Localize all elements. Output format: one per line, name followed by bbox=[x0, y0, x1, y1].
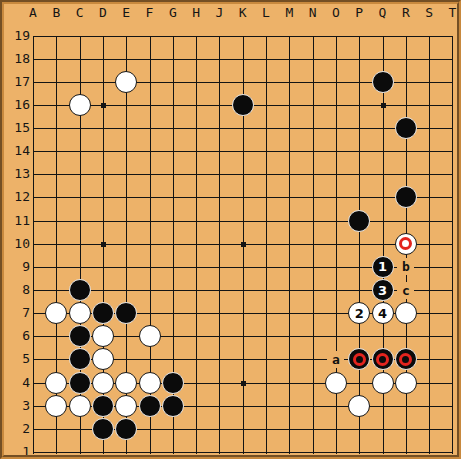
column-label: J bbox=[209, 5, 229, 20]
row-label: 11 bbox=[6, 213, 30, 229]
stone-black-C6 bbox=[69, 325, 91, 347]
grid-vertical-line bbox=[313, 36, 314, 454]
column-label: Q bbox=[373, 5, 393, 20]
stone-white-D6 bbox=[92, 325, 114, 347]
point-label-b: b bbox=[397, 258, 414, 275]
column-label: E bbox=[116, 5, 136, 20]
stone-white-D5 bbox=[92, 348, 114, 370]
stone-white-R7 bbox=[395, 302, 417, 324]
stone-white-C16 bbox=[69, 94, 91, 116]
stone-black-Q5 bbox=[372, 348, 394, 370]
row-label: 15 bbox=[6, 120, 30, 136]
stone-black-D3 bbox=[92, 395, 114, 417]
column-label: N bbox=[303, 5, 323, 20]
column-label: F bbox=[140, 5, 160, 20]
stone-white-B7 bbox=[45, 302, 67, 324]
stone-white-O4 bbox=[325, 372, 347, 394]
star-point bbox=[381, 103, 386, 108]
row-label: 5 bbox=[6, 351, 30, 367]
grid-vertical-line bbox=[452, 36, 453, 454]
stone-black-R12 bbox=[395, 186, 417, 208]
go-board-diagram: ABCDEFGHJKLMNOPQRST191817161514131211109… bbox=[0, 0, 461, 459]
stone-black-R5 bbox=[395, 348, 417, 370]
grid-vertical-line bbox=[429, 36, 430, 454]
row-label: 3 bbox=[6, 398, 30, 414]
column-label: C bbox=[70, 5, 90, 20]
row-label: 1 bbox=[6, 444, 30, 459]
stone-black-G3 bbox=[162, 395, 184, 417]
stone-white-F6 bbox=[139, 325, 161, 347]
circle-mark bbox=[399, 237, 412, 250]
stone-white-C7 bbox=[69, 302, 91, 324]
stone-black-Q17 bbox=[372, 71, 394, 93]
column-label: K bbox=[233, 5, 253, 20]
stone-white-F4 bbox=[139, 372, 161, 394]
stone-white-B4 bbox=[45, 372, 67, 394]
row-label: 18 bbox=[6, 51, 30, 67]
column-label: H bbox=[186, 5, 206, 20]
column-label: R bbox=[396, 5, 416, 20]
star-point bbox=[241, 242, 246, 247]
grid-horizontal-line bbox=[33, 452, 453, 453]
column-label: G bbox=[163, 5, 183, 20]
column-label: A bbox=[23, 5, 43, 20]
column-label: P bbox=[349, 5, 369, 20]
circle-mark bbox=[376, 353, 389, 366]
grid-vertical-line bbox=[289, 36, 290, 454]
stone-white-R10 bbox=[395, 233, 417, 255]
row-label: 10 bbox=[6, 236, 30, 252]
stone-white-B3 bbox=[45, 395, 67, 417]
grid-vertical-line bbox=[33, 36, 34, 454]
stone-white-P7: 2 bbox=[348, 302, 370, 324]
stone-black-R15 bbox=[395, 117, 417, 139]
stone-white-P3 bbox=[348, 395, 370, 417]
star-point bbox=[101, 103, 106, 108]
star-point bbox=[241, 381, 246, 386]
stone-black-Q8: 3 bbox=[372, 279, 394, 301]
row-label: 9 bbox=[6, 259, 30, 275]
star-point bbox=[101, 242, 106, 247]
stone-black-C4 bbox=[69, 372, 91, 394]
row-label: 13 bbox=[6, 166, 30, 182]
column-label: M bbox=[279, 5, 299, 20]
circle-mark bbox=[353, 353, 366, 366]
point-label-c: c bbox=[397, 282, 414, 299]
row-label: 14 bbox=[6, 143, 30, 159]
stone-white-Q4 bbox=[372, 372, 394, 394]
column-label: D bbox=[93, 5, 113, 20]
circle-mark bbox=[399, 353, 412, 366]
stone-white-C3 bbox=[69, 395, 91, 417]
point-label-a: a bbox=[327, 351, 344, 368]
column-label: T bbox=[442, 5, 461, 20]
stone-black-C8 bbox=[69, 279, 91, 301]
row-label: 17 bbox=[6, 74, 30, 90]
column-label: L bbox=[256, 5, 276, 20]
grid-vertical-line bbox=[219, 36, 220, 454]
column-label: B bbox=[46, 5, 66, 20]
row-label: 6 bbox=[6, 328, 30, 344]
stone-black-E2 bbox=[115, 418, 137, 440]
row-label: 4 bbox=[6, 375, 30, 391]
stone-white-Q7: 4 bbox=[372, 302, 394, 324]
row-label: 8 bbox=[6, 282, 30, 298]
stone-black-D2 bbox=[92, 418, 114, 440]
column-label: O bbox=[326, 5, 346, 20]
row-label: 12 bbox=[6, 189, 30, 205]
stone-black-E7 bbox=[115, 302, 137, 324]
row-label: 2 bbox=[6, 421, 30, 437]
stone-black-P11 bbox=[348, 210, 370, 232]
row-label: 7 bbox=[6, 305, 30, 321]
grid-vertical-line bbox=[266, 36, 267, 454]
stone-white-E17 bbox=[115, 71, 137, 93]
row-label: 19 bbox=[6, 28, 30, 44]
grid-vertical-line bbox=[196, 36, 197, 454]
row-label: 16 bbox=[6, 97, 30, 113]
stone-black-K16 bbox=[232, 94, 254, 116]
stone-black-F3 bbox=[139, 395, 161, 417]
stone-black-D7 bbox=[92, 302, 114, 324]
stone-white-R4 bbox=[395, 372, 417, 394]
stone-white-E3 bbox=[115, 395, 137, 417]
column-label: S bbox=[419, 5, 439, 20]
stone-black-G4 bbox=[162, 372, 184, 394]
stone-white-E4 bbox=[115, 372, 137, 394]
stone-white-D4 bbox=[92, 372, 114, 394]
grid-vertical-line bbox=[359, 36, 360, 454]
stone-black-P5 bbox=[348, 348, 370, 370]
stone-black-C5 bbox=[69, 348, 91, 370]
stone-black-Q9: 1 bbox=[372, 256, 394, 278]
